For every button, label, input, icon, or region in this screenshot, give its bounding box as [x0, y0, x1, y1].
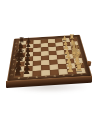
board-frame: 87654321 abcdefgh	[6, 35, 91, 82]
coordinate-label: 5	[41, 75, 50, 80]
coordinate-label: 3	[58, 73, 67, 77]
coordinate-label: h	[8, 72, 15, 78]
coordinate-label: 4	[50, 74, 59, 79]
chess-board: 87654321 abcdefgh	[0, 6, 95, 106]
coordinate-label: 6	[32, 75, 41, 80]
coordinate-label: 2	[67, 73, 77, 77]
coordinate-label: 1	[76, 72, 86, 76]
board-top-surface: 87654321 abcdefgh	[6, 35, 91, 82]
wooden-chess-set-photo: 87654321 abcdefgh ♜♞♝♛♚♝♞♜♟♟♟♟♟♟♟♟♟♟♟♟♟♟…	[0, 0, 95, 126]
coordinate-label: 8	[14, 76, 23, 81]
coordinate-label: 7	[23, 76, 32, 81]
